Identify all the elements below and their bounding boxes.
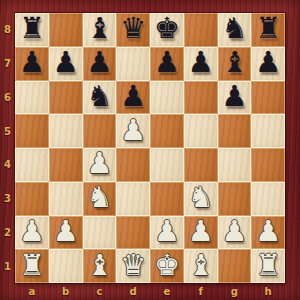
rank-label-1: 1 (0, 249, 15, 283)
square-b3[interactable] (49, 182, 83, 216)
file-label-c: c (83, 283, 117, 300)
square-c5[interactable] (83, 114, 117, 148)
piece-white-pawn: ♟ (188, 217, 214, 246)
square-h7[interactable]: ♟ (251, 47, 285, 81)
piece-black-pawn: ♟ (53, 48, 79, 77)
piece-black-rook: ♜ (255, 14, 281, 43)
square-f4[interactable] (184, 148, 218, 182)
rank-label-3: 3 (0, 182, 15, 216)
square-g8[interactable]: ♞ (218, 13, 252, 47)
board-frame: ♜♝♛♚♞♜♟♟♟♟♟♝♟♞♟♟♟♟♞♞♟♟♟♟♟♟♜♝♛♚♝♜ 8765432… (0, 0, 300, 300)
square-h6[interactable] (251, 81, 285, 115)
piece-black-rook: ♜ (19, 14, 45, 43)
piece-white-pawn: ♟ (221, 217, 247, 246)
square-a5[interactable] (15, 114, 49, 148)
square-e1[interactable]: ♚ (150, 249, 184, 283)
rank-label-8: 8 (0, 13, 15, 47)
piece-black-queen: ♛ (120, 14, 146, 43)
square-a8[interactable]: ♜ (15, 13, 49, 47)
square-h2[interactable]: ♟ (251, 216, 285, 250)
square-e7[interactable]: ♟ (150, 47, 184, 81)
rank-label-6: 6 (0, 81, 15, 115)
chess-board: ♜♝♛♚♞♜♟♟♟♟♟♝♟♞♟♟♟♟♞♞♟♟♟♟♟♟♜♝♛♚♝♜ (15, 13, 285, 283)
square-g3[interactable] (218, 182, 252, 216)
file-label-d: d (116, 283, 150, 300)
piece-black-knight: ♞ (86, 82, 112, 111)
square-d8[interactable]: ♛ (116, 13, 150, 47)
square-c3[interactable]: ♞ (83, 182, 117, 216)
file-label-h: h (251, 283, 285, 300)
piece-black-king: ♚ (154, 14, 180, 43)
piece-black-pawn: ♟ (188, 48, 214, 77)
square-c6[interactable]: ♞ (83, 81, 117, 115)
square-b2[interactable]: ♟ (49, 216, 83, 250)
square-e5[interactable] (150, 114, 184, 148)
square-h5[interactable] (251, 114, 285, 148)
square-c2[interactable] (83, 216, 117, 250)
square-b4[interactable] (49, 148, 83, 182)
square-h1[interactable]: ♜ (251, 249, 285, 283)
piece-white-rook: ♜ (19, 251, 45, 280)
square-b6[interactable] (49, 81, 83, 115)
square-f5[interactable] (184, 114, 218, 148)
square-a3[interactable] (15, 182, 49, 216)
piece-white-pawn: ♟ (86, 149, 112, 178)
square-d6[interactable]: ♟ (116, 81, 150, 115)
square-b1[interactable] (49, 249, 83, 283)
square-d5[interactable]: ♟ (116, 114, 150, 148)
square-g2[interactable]: ♟ (218, 216, 252, 250)
square-d4[interactable] (116, 148, 150, 182)
square-f6[interactable] (184, 81, 218, 115)
square-c8[interactable]: ♝ (83, 13, 117, 47)
piece-white-queen: ♛ (120, 251, 146, 280)
square-h3[interactable] (251, 182, 285, 216)
square-d7[interactable] (116, 47, 150, 81)
square-a4[interactable] (15, 148, 49, 182)
piece-white-rook: ♜ (255, 251, 281, 280)
square-c7[interactable]: ♟ (83, 47, 117, 81)
square-f2[interactable]: ♟ (184, 216, 218, 250)
square-b5[interactable] (49, 114, 83, 148)
piece-black-bishop: ♝ (86, 14, 112, 43)
piece-white-pawn: ♟ (154, 217, 180, 246)
square-e3[interactable] (150, 182, 184, 216)
square-b8[interactable] (49, 13, 83, 47)
square-e4[interactable] (150, 148, 184, 182)
square-f7[interactable]: ♟ (184, 47, 218, 81)
square-h8[interactable]: ♜ (251, 13, 285, 47)
piece-black-pawn: ♟ (19, 48, 45, 77)
rank-label-2: 2 (0, 216, 15, 250)
square-g1[interactable] (218, 249, 252, 283)
piece-black-knight: ♞ (221, 14, 247, 43)
file-label-g: g (218, 283, 252, 300)
piece-white-pawn: ♟ (255, 217, 281, 246)
piece-white-pawn: ♟ (19, 217, 45, 246)
rank-label-7: 7 (0, 47, 15, 81)
piece-white-bishop: ♝ (188, 251, 214, 280)
square-d1[interactable]: ♛ (116, 249, 150, 283)
piece-black-bishop: ♝ (221, 48, 247, 77)
square-e6[interactable] (150, 81, 184, 115)
piece-black-pawn: ♟ (86, 48, 112, 77)
square-f3[interactable]: ♞ (184, 182, 218, 216)
rank-label-5: 5 (0, 114, 15, 148)
square-a1[interactable]: ♜ (15, 249, 49, 283)
piece-black-pawn: ♟ (154, 48, 180, 77)
square-a2[interactable]: ♟ (15, 216, 49, 250)
square-e2[interactable]: ♟ (150, 216, 184, 250)
square-f8[interactable] (184, 13, 218, 47)
square-e8[interactable]: ♚ (150, 13, 184, 47)
square-d3[interactable] (116, 182, 150, 216)
rank-label-4: 4 (0, 148, 15, 182)
file-label-b: b (49, 283, 83, 300)
file-label-f: f (184, 283, 218, 300)
square-b7[interactable]: ♟ (49, 47, 83, 81)
square-h4[interactable] (251, 148, 285, 182)
square-c4[interactable]: ♟ (83, 148, 117, 182)
file-label-a: a (15, 283, 49, 300)
square-c1[interactable]: ♝ (83, 249, 117, 283)
square-d2[interactable] (116, 216, 150, 250)
piece-white-knight: ♞ (86, 183, 112, 212)
square-g6[interactable]: ♟ (218, 81, 252, 115)
piece-black-pawn: ♟ (221, 82, 247, 111)
piece-white-king: ♚ (154, 251, 180, 280)
square-f1[interactable]: ♝ (184, 249, 218, 283)
square-a6[interactable] (15, 81, 49, 115)
square-g4[interactable] (218, 148, 252, 182)
piece-white-pawn: ♟ (120, 116, 146, 145)
piece-black-pawn: ♟ (255, 48, 281, 77)
piece-white-knight: ♞ (188, 183, 214, 212)
square-g7[interactable]: ♝ (218, 47, 252, 81)
square-a7[interactable]: ♟ (15, 47, 49, 81)
piece-white-pawn: ♟ (53, 217, 79, 246)
square-g5[interactable] (218, 114, 252, 148)
piece-black-pawn: ♟ (120, 82, 146, 111)
file-label-e: e (150, 283, 184, 300)
piece-white-bishop: ♝ (86, 251, 112, 280)
